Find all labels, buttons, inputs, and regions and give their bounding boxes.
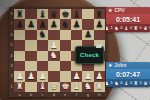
square-c3[interactable] xyxy=(37,61,48,71)
square-h2[interactable]: ♟ xyxy=(94,71,105,81)
game-screen: 87654321 abcdefgh ♜♝♛♚♝♜♟♟♟♟♞♟♟♞♟♟♞♟♟♟♟♟… xyxy=(0,0,150,100)
square-a4[interactable] xyxy=(14,51,25,61)
white-rook-piece: ♜ xyxy=(16,82,24,91)
square-d5[interactable]: ♟ xyxy=(48,40,59,50)
file-label: c xyxy=(37,92,48,97)
black-pawn-piece: ♟ xyxy=(73,20,81,29)
square-d1[interactable]: ♛ xyxy=(48,82,59,92)
square-a5[interactable] xyxy=(14,40,25,50)
square-c8[interactable]: ♝ xyxy=(37,9,48,19)
captured-queen-count: 0 xyxy=(149,79,150,87)
square-h7[interactable]: ♟ xyxy=(94,19,105,29)
captured-rook-icon: ♜ xyxy=(134,24,138,32)
square-d2[interactable] xyxy=(48,71,59,81)
black-king-piece: ♚ xyxy=(61,10,69,19)
captured-pawn-count: 1 xyxy=(110,24,112,32)
square-f2[interactable]: ♟ xyxy=(71,71,82,81)
captured-rook-count: 0 xyxy=(140,24,142,32)
captured-knight-icon: ♞ xyxy=(114,24,118,32)
black-rook-piece: ♜ xyxy=(16,10,24,19)
white-pawn-piece: ♟ xyxy=(73,72,81,81)
captured-pieces-row-top: ♟1♞0♝0♜0♛0 xyxy=(106,24,150,32)
black-pawn-piece: ♟ xyxy=(50,20,58,29)
square-a7[interactable]: ♟ xyxy=(14,19,25,29)
white-bishop-piece: ♝ xyxy=(38,82,46,91)
white-knight-piece: ♞ xyxy=(50,51,58,60)
file-label: b xyxy=(25,92,36,97)
file-label: h xyxy=(94,92,105,97)
square-e7[interactable]: ♞ xyxy=(60,19,71,29)
white-pawn-piece: ♟ xyxy=(38,72,46,81)
square-d4[interactable]: ♞ xyxy=(48,51,59,61)
captured-pawn-icon: ♟ xyxy=(106,79,109,87)
black-bishop-piece: ♝ xyxy=(73,10,81,19)
black-bishop-piece: ♝ xyxy=(38,10,46,19)
white-pawn-piece: ♟ xyxy=(50,41,58,50)
captured-pieces-row-bottom: ♟1♞0♝0♜0♛0 xyxy=(106,79,150,87)
square-h1[interactable]: ♜ xyxy=(94,82,105,92)
square-b6[interactable] xyxy=(25,30,36,40)
player-timer-bottom: 0:07:47 xyxy=(106,69,150,79)
captured-queen-icon: ♛ xyxy=(143,24,147,32)
square-d6[interactable] xyxy=(48,30,59,40)
captured-bishop-icon: ♝ xyxy=(124,24,128,32)
captured-queen-count: 0 xyxy=(149,24,150,32)
white-rook-piece: ♜ xyxy=(95,82,103,91)
star-icon: ★ xyxy=(108,62,112,69)
player-name-bottom: John xyxy=(114,63,126,68)
square-a1[interactable]: ♜ xyxy=(14,82,25,92)
white-pawn-piece: ♟ xyxy=(27,72,35,81)
square-e1[interactable]: ♚ xyxy=(60,82,71,92)
black-rook-piece: ♜ xyxy=(95,10,103,19)
white-pawn-piece: ♟ xyxy=(84,72,92,81)
square-b3[interactable] xyxy=(25,61,36,71)
square-b7[interactable]: ♟ xyxy=(25,19,36,29)
square-c2[interactable]: ♟ xyxy=(37,71,48,81)
player-timer-top: 0:05:41 xyxy=(106,14,150,24)
black-pawn-piece: ♟ xyxy=(27,20,35,29)
square-d3[interactable] xyxy=(48,61,59,71)
square-b1[interactable] xyxy=(25,82,36,92)
captured-rook-count: 0 xyxy=(140,79,142,87)
square-c6[interactable]: ♞ xyxy=(37,30,48,40)
square-b8[interactable] xyxy=(25,9,36,19)
white-bishop-piece: ♝ xyxy=(73,82,81,91)
square-d7[interactable]: ♟ xyxy=(48,19,59,29)
captured-bishop-icon: ♝ xyxy=(124,79,128,87)
black-pawn-piece: ♟ xyxy=(84,30,92,39)
captured-knight-icon: ♞ xyxy=(114,79,118,87)
player-name-top: CPU xyxy=(114,8,124,13)
white-pawn-piece: ♟ xyxy=(95,72,103,81)
black-pawn-piece: ♟ xyxy=(38,20,46,29)
square-g2[interactable]: ♟ xyxy=(82,71,93,81)
square-c4[interactable] xyxy=(37,51,48,61)
square-b4[interactable] xyxy=(25,51,36,61)
white-pawn-piece: ♟ xyxy=(16,72,24,81)
white-queen-piece: ♛ xyxy=(50,82,58,91)
captured-pawn-icon: ♟ xyxy=(106,24,109,32)
square-g1[interactable]: ♞ xyxy=(82,82,93,92)
square-a8[interactable]: ♜ xyxy=(14,9,25,19)
captured-bishop-count: 0 xyxy=(130,79,132,87)
star-icon: ★ xyxy=(108,7,112,14)
white-king-piece: ♚ xyxy=(61,82,69,91)
square-e3[interactable] xyxy=(60,61,71,71)
file-label: d xyxy=(48,92,59,97)
square-a6[interactable] xyxy=(14,30,25,40)
file-label: a xyxy=(14,92,25,97)
square-e5[interactable] xyxy=(60,40,71,50)
check-banner: Check xyxy=(75,46,104,64)
square-b5[interactable] xyxy=(25,40,36,50)
square-f8[interactable]: ♝ xyxy=(71,9,82,19)
file-labels: abcdefgh xyxy=(14,92,105,97)
square-e8[interactable]: ♚ xyxy=(60,9,71,19)
captured-pawn-count: 1 xyxy=(110,79,112,87)
black-knight-piece: ♞ xyxy=(38,30,46,39)
square-h8[interactable]: ♜ xyxy=(94,9,105,19)
captured-queen-icon: ♛ xyxy=(143,79,147,87)
square-d8[interactable]: ♛ xyxy=(48,9,59,19)
black-knight-piece: ♞ xyxy=(61,20,69,29)
square-g8[interactable] xyxy=(82,9,93,19)
black-pawn-piece: ♟ xyxy=(95,20,103,29)
white-knight-piece: ♞ xyxy=(84,82,92,91)
file-label: f xyxy=(71,92,82,97)
square-b2[interactable]: ♟ xyxy=(25,71,36,81)
file-label: g xyxy=(82,92,93,97)
square-c1[interactable]: ♝ xyxy=(37,82,48,92)
captured-knight-count: 0 xyxy=(120,24,122,32)
square-a3[interactable] xyxy=(14,61,25,71)
check-banner-label: Check xyxy=(80,52,99,58)
square-c7[interactable]: ♟ xyxy=(37,19,48,29)
square-e6[interactable] xyxy=(60,30,71,40)
square-e4[interactable] xyxy=(60,51,71,61)
square-g6[interactable]: ♟ xyxy=(82,30,93,40)
banner-corner-tab-icon xyxy=(96,44,103,48)
captured-rook-icon: ♜ xyxy=(134,79,138,87)
player-panel-bottom: ★ John 0:07:47 ♟1♞0♝0♜0♛0 xyxy=(106,62,150,87)
square-h6[interactable] xyxy=(94,30,105,40)
captured-knight-count: 0 xyxy=(120,79,122,87)
square-f1[interactable]: ♝ xyxy=(71,82,82,92)
square-e2[interactable] xyxy=(60,71,71,81)
captured-bishop-count: 0 xyxy=(130,24,132,32)
square-g7[interactable] xyxy=(82,19,93,29)
square-c5[interactable] xyxy=(37,40,48,50)
player-panel-top: ★ CPU 0:05:41 ♟1♞0♝0♜0♛0 xyxy=(106,7,150,32)
square-f7[interactable]: ♟ xyxy=(71,19,82,29)
black-queen-piece: ♛ xyxy=(50,10,58,19)
square-f6[interactable] xyxy=(71,30,82,40)
square-a2[interactable]: ♟ xyxy=(14,71,25,81)
black-pawn-piece: ♟ xyxy=(16,20,24,29)
file-label: e xyxy=(60,92,71,97)
